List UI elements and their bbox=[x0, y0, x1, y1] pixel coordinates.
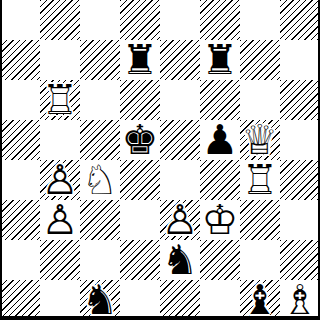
square-f1[interactable] bbox=[200, 280, 240, 320]
square-e1[interactable] bbox=[160, 280, 200, 320]
square-e3[interactable]: ♟♙ bbox=[160, 200, 200, 240]
square-c5[interactable] bbox=[80, 120, 120, 160]
piece-glyph: ♜ bbox=[120, 40, 160, 80]
square-b3[interactable]: ♟♙ bbox=[40, 200, 80, 240]
square-c4[interactable]: ♞♘ bbox=[80, 160, 120, 200]
square-h2[interactable] bbox=[280, 240, 320, 280]
square-g8[interactable] bbox=[240, 0, 280, 40]
square-g1[interactable]: ♝♝ bbox=[240, 280, 280, 320]
piece-glyph: ♘ bbox=[80, 160, 120, 200]
chess-board: ♜♜♜♜♜♖♚♚♟♟♛♕♟♙♞♘♜♖♟♙♟♙♚♔♞♞♞♞♝♝♝♗ bbox=[0, 0, 320, 320]
square-h1[interactable]: ♝♗ bbox=[280, 280, 320, 320]
piece-white-rook-b6[interactable]: ♜♖ bbox=[40, 80, 80, 120]
piece-glyph: ♚ bbox=[120, 120, 160, 160]
piece-glyph: ♖ bbox=[240, 160, 280, 200]
piece-black-rook-f7[interactable]: ♜♜ bbox=[200, 40, 240, 80]
piece-glyph: ♙ bbox=[160, 200, 200, 240]
piece-black-king-d5[interactable]: ♚♚ bbox=[120, 120, 160, 160]
square-g2[interactable] bbox=[240, 240, 280, 280]
square-g3[interactable] bbox=[240, 200, 280, 240]
square-h5[interactable] bbox=[280, 120, 320, 160]
piece-white-pawn-b3[interactable]: ♟♙ bbox=[40, 200, 80, 240]
square-d2[interactable] bbox=[120, 240, 160, 280]
square-g5[interactable]: ♛♕ bbox=[240, 120, 280, 160]
square-g7[interactable] bbox=[240, 40, 280, 80]
square-g6[interactable] bbox=[240, 80, 280, 120]
square-c3[interactable] bbox=[80, 200, 120, 240]
piece-glyph: ♙ bbox=[40, 200, 80, 240]
piece-glyph: ♖ bbox=[40, 80, 80, 120]
square-c1[interactable]: ♞♞ bbox=[80, 280, 120, 320]
piece-glyph: ♔ bbox=[200, 200, 240, 240]
square-h6[interactable] bbox=[280, 80, 320, 120]
square-h4[interactable] bbox=[280, 160, 320, 200]
piece-white-queen-g5[interactable]: ♛♕ bbox=[240, 120, 280, 160]
square-e2[interactable]: ♞♞ bbox=[160, 240, 200, 280]
board-grid: ♜♜♜♜♜♖♚♚♟♟♛♕♟♙♞♘♜♖♟♙♟♙♚♔♞♞♞♞♝♝♝♗ bbox=[0, 0, 320, 320]
square-b2[interactable] bbox=[40, 240, 80, 280]
square-e4[interactable] bbox=[160, 160, 200, 200]
piece-glyph: ♙ bbox=[40, 160, 80, 200]
piece-white-rook-g4[interactable]: ♜♖ bbox=[240, 160, 280, 200]
square-d8[interactable] bbox=[120, 0, 160, 40]
piece-black-pawn-f5[interactable]: ♟♟ bbox=[200, 120, 240, 160]
board-border-bottom bbox=[0, 316, 320, 320]
square-g4[interactable]: ♜♖ bbox=[240, 160, 280, 200]
square-e8[interactable] bbox=[160, 0, 200, 40]
piece-white-bishop-h1[interactable]: ♝♗ bbox=[280, 280, 320, 320]
square-d4[interactable] bbox=[120, 160, 160, 200]
square-f6[interactable] bbox=[200, 80, 240, 120]
piece-white-pawn-e3[interactable]: ♟♙ bbox=[160, 200, 200, 240]
piece-white-pawn-b4[interactable]: ♟♙ bbox=[40, 160, 80, 200]
square-b7[interactable] bbox=[40, 40, 80, 80]
square-e5[interactable] bbox=[160, 120, 200, 160]
piece-glyph: ♜ bbox=[200, 40, 240, 80]
square-c8[interactable] bbox=[80, 0, 120, 40]
piece-glyph: ♗ bbox=[280, 280, 320, 320]
piece-glyph: ♟ bbox=[200, 120, 240, 160]
piece-white-knight-c4[interactable]: ♞♘ bbox=[80, 160, 120, 200]
square-d1[interactable] bbox=[120, 280, 160, 320]
piece-black-knight-c1[interactable]: ♞♞ bbox=[80, 280, 120, 320]
piece-black-bishop-g1[interactable]: ♝♝ bbox=[240, 280, 280, 320]
square-d6[interactable] bbox=[120, 80, 160, 120]
board-border-left bbox=[0, 0, 2, 320]
piece-glyph: ♞ bbox=[80, 280, 120, 320]
square-h8[interactable] bbox=[280, 0, 320, 40]
piece-white-king-f3[interactable]: ♚♔ bbox=[200, 200, 240, 240]
square-c6[interactable] bbox=[80, 80, 120, 120]
square-d5[interactable]: ♚♚ bbox=[120, 120, 160, 160]
square-a6[interactable] bbox=[0, 80, 40, 120]
piece-glyph: ♕ bbox=[240, 120, 280, 160]
square-a2[interactable] bbox=[0, 240, 40, 280]
square-b1[interactable] bbox=[40, 280, 80, 320]
square-c7[interactable] bbox=[80, 40, 120, 80]
square-a5[interactable] bbox=[0, 120, 40, 160]
square-a3[interactable] bbox=[0, 200, 40, 240]
square-f3[interactable]: ♚♔ bbox=[200, 200, 240, 240]
square-h7[interactable] bbox=[280, 40, 320, 80]
square-b4[interactable]: ♟♙ bbox=[40, 160, 80, 200]
square-d7[interactable]: ♜♜ bbox=[120, 40, 160, 80]
square-e7[interactable] bbox=[160, 40, 200, 80]
square-a8[interactable] bbox=[0, 0, 40, 40]
square-b6[interactable]: ♜♖ bbox=[40, 80, 80, 120]
square-h3[interactable] bbox=[280, 200, 320, 240]
square-f7[interactable]: ♜♜ bbox=[200, 40, 240, 80]
square-d3[interactable] bbox=[120, 200, 160, 240]
piece-black-knight-e2[interactable]: ♞♞ bbox=[160, 240, 200, 280]
square-a4[interactable] bbox=[0, 160, 40, 200]
piece-glyph: ♞ bbox=[160, 240, 200, 280]
square-c2[interactable] bbox=[80, 240, 120, 280]
square-f4[interactable] bbox=[200, 160, 240, 200]
square-b5[interactable] bbox=[40, 120, 80, 160]
square-a7[interactable] bbox=[0, 40, 40, 80]
square-f8[interactable] bbox=[200, 0, 240, 40]
square-e6[interactable] bbox=[160, 80, 200, 120]
square-b8[interactable] bbox=[40, 0, 80, 40]
square-f2[interactable] bbox=[200, 240, 240, 280]
piece-black-rook-d7[interactable]: ♜♜ bbox=[120, 40, 160, 80]
piece-glyph: ♝ bbox=[240, 280, 280, 320]
square-a1[interactable] bbox=[0, 280, 40, 320]
square-f5[interactable]: ♟♟ bbox=[200, 120, 240, 160]
